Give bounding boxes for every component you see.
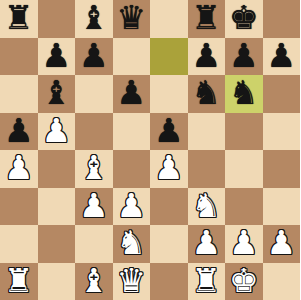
- black-knight-icon[interactable]: ♞: [191, 76, 221, 109]
- square-b1[interactable]: [38, 263, 76, 300]
- white-pawn-icon[interactable]: ♟: [116, 189, 146, 222]
- white-king-icon[interactable]: ♚: [229, 264, 259, 297]
- white-pawn-icon[interactable]: ♟: [266, 226, 296, 259]
- square-e2[interactable]: [150, 225, 188, 263]
- square-f1[interactable]: ♜: [188, 263, 226, 300]
- square-e8[interactable]: [150, 0, 188, 38]
- square-g7[interactable]: ♟: [225, 38, 263, 76]
- white-rook-icon[interactable]: ♜: [4, 264, 34, 297]
- square-g1[interactable]: ♚: [225, 263, 263, 300]
- square-b3[interactable]: [38, 188, 76, 226]
- square-b5[interactable]: ♟: [38, 113, 76, 151]
- square-e1[interactable]: [150, 263, 188, 300]
- square-b4[interactable]: [38, 150, 76, 188]
- square-a7[interactable]: [0, 38, 38, 76]
- square-g8[interactable]: ♚: [225, 0, 263, 38]
- black-bishop-icon[interactable]: ♝: [41, 76, 71, 109]
- square-f6[interactable]: ♞: [188, 75, 226, 113]
- white-knight-icon[interactable]: ♞: [191, 189, 221, 222]
- square-h6[interactable]: [263, 75, 301, 113]
- square-c6[interactable]: [75, 75, 113, 113]
- square-h1[interactable]: [263, 263, 301, 300]
- square-c2[interactable]: [75, 225, 113, 263]
- square-a8[interactable]: ♜: [0, 0, 38, 38]
- square-f3[interactable]: ♞: [188, 188, 226, 226]
- black-pawn-icon[interactable]: ♟: [79, 39, 109, 72]
- chess-board: ♜♝♛♜♚♟♟♟♟♟♝♟♞♞♟♟♟♟♝♟♟♟♞♞♟♟♟♜♝♛♜♚: [0, 0, 300, 300]
- black-pawn-icon[interactable]: ♟: [4, 114, 34, 147]
- square-c1[interactable]: ♝: [75, 263, 113, 300]
- black-queen-icon[interactable]: ♛: [116, 1, 146, 34]
- square-d3[interactable]: ♟: [113, 188, 151, 226]
- square-b8[interactable]: [38, 0, 76, 38]
- white-rook-icon[interactable]: ♜: [191, 264, 221, 297]
- square-g5[interactable]: [225, 113, 263, 151]
- square-d7[interactable]: [113, 38, 151, 76]
- square-e7[interactable]: [150, 38, 188, 76]
- black-rook-icon[interactable]: ♜: [191, 1, 221, 34]
- square-b2[interactable]: [38, 225, 76, 263]
- square-g4[interactable]: [225, 150, 263, 188]
- black-knight-icon[interactable]: ♞: [229, 76, 259, 109]
- square-a6[interactable]: [0, 75, 38, 113]
- white-pawn-icon[interactable]: ♟: [4, 151, 34, 184]
- square-f5[interactable]: [188, 113, 226, 151]
- square-c4[interactable]: ♝: [75, 150, 113, 188]
- white-queen-icon[interactable]: ♛: [116, 264, 146, 297]
- square-h2[interactable]: ♟: [263, 225, 301, 263]
- black-pawn-icon[interactable]: ♟: [41, 39, 71, 72]
- chess-board-window: ♜♝♛♜♚♟♟♟♟♟♝♟♞♞♟♟♟♟♝♟♟♟♞♞♟♟♟♜♝♛♜♚: [0, 0, 300, 300]
- white-pawn-icon[interactable]: ♟: [229, 226, 259, 259]
- black-pawn-icon[interactable]: ♟: [229, 39, 259, 72]
- square-d8[interactable]: ♛: [113, 0, 151, 38]
- square-e3[interactable]: [150, 188, 188, 226]
- square-f4[interactable]: [188, 150, 226, 188]
- square-f7[interactable]: ♟: [188, 38, 226, 76]
- white-bishop-icon[interactable]: ♝: [79, 264, 109, 297]
- square-b6[interactable]: ♝: [38, 75, 76, 113]
- square-a5[interactable]: ♟: [0, 113, 38, 151]
- square-d4[interactable]: [113, 150, 151, 188]
- square-a3[interactable]: [0, 188, 38, 226]
- square-a1[interactable]: ♜: [0, 263, 38, 300]
- white-pawn-icon[interactable]: ♟: [79, 189, 109, 222]
- square-a2[interactable]: [0, 225, 38, 263]
- square-h5[interactable]: [263, 113, 301, 151]
- square-c3[interactable]: ♟: [75, 188, 113, 226]
- square-c8[interactable]: ♝: [75, 0, 113, 38]
- square-f8[interactable]: ♜: [188, 0, 226, 38]
- square-g3[interactable]: [225, 188, 263, 226]
- white-bishop-icon[interactable]: ♝: [79, 151, 109, 184]
- square-e4[interactable]: ♟: [150, 150, 188, 188]
- square-f2[interactable]: ♟: [188, 225, 226, 263]
- square-h7[interactable]: ♟: [263, 38, 301, 76]
- black-pawn-icon[interactable]: ♟: [191, 39, 221, 72]
- square-h4[interactable]: [263, 150, 301, 188]
- black-king-icon[interactable]: ♚: [229, 1, 259, 34]
- square-c5[interactable]: [75, 113, 113, 151]
- square-d2[interactable]: ♞: [113, 225, 151, 263]
- black-bishop-icon[interactable]: ♝: [79, 1, 109, 34]
- square-e6[interactable]: [150, 75, 188, 113]
- square-g2[interactable]: ♟: [225, 225, 263, 263]
- black-rook-icon[interactable]: ♜: [4, 1, 34, 34]
- square-h3[interactable]: [263, 188, 301, 226]
- square-g6[interactable]: ♞: [225, 75, 263, 113]
- square-e5[interactable]: ♟: [150, 113, 188, 151]
- square-d1[interactable]: ♛: [113, 263, 151, 300]
- square-c7[interactable]: ♟: [75, 38, 113, 76]
- square-d6[interactable]: ♟: [113, 75, 151, 113]
- square-h8[interactable]: [263, 0, 301, 38]
- square-d5[interactable]: [113, 113, 151, 151]
- black-pawn-icon[interactable]: ♟: [154, 114, 184, 147]
- square-b7[interactable]: ♟: [38, 38, 76, 76]
- square-a4[interactable]: ♟: [0, 150, 38, 188]
- white-pawn-icon[interactable]: ♟: [41, 114, 71, 147]
- white-pawn-icon[interactable]: ♟: [154, 151, 184, 184]
- white-pawn-icon[interactable]: ♟: [191, 226, 221, 259]
- black-pawn-icon[interactable]: ♟: [266, 39, 296, 72]
- black-pawn-icon[interactable]: ♟: [116, 76, 146, 109]
- white-knight-icon[interactable]: ♞: [116, 226, 146, 259]
